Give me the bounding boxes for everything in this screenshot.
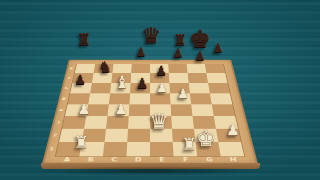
black-pawn-h7[interactable]: ♟: [213, 42, 224, 54]
white-king-g1[interactable]: ♚: [196, 128, 216, 150]
square-h8[interactable]: [205, 64, 225, 73]
white-queen-e2[interactable]: ♛: [149, 111, 169, 133]
square-b3[interactable]: [84, 116, 107, 129]
square-b6[interactable]: [90, 83, 111, 93]
square-h5[interactable]: [210, 93, 232, 104]
black-pawn-d7[interactable]: ♟: [136, 46, 147, 58]
black-king-g8[interactable]: ♚: [189, 27, 211, 51]
square-d3[interactable]: [128, 116, 150, 129]
square-b5[interactable]: [88, 93, 110, 104]
square-e1[interactable]: [150, 142, 174, 156]
square-c2[interactable]: [105, 129, 129, 142]
square-h6[interactable]: [208, 83, 230, 93]
black-queen-d8[interactable]: ♛: [141, 25, 161, 47]
white-rook-f1[interactable]: ♜: [181, 136, 196, 153]
square-d4[interactable]: [129, 104, 150, 116]
black-pawn-f7[interactable]: ♟: [173, 47, 184, 59]
white-bishop-c4[interactable]: ♝: [114, 74, 129, 91]
white-rook-a1[interactable]: ♜: [73, 134, 88, 151]
square-d1[interactable]: [126, 142, 150, 156]
square-g8[interactable]: [187, 64, 207, 73]
square-h4[interactable]: [212, 104, 235, 116]
square-g7[interactable]: [188, 73, 208, 83]
black-pawn-g6[interactable]: ♟: [195, 50, 206, 62]
square-c1[interactable]: [103, 142, 127, 156]
board-shadow: [36, 166, 266, 176]
square-f7[interactable]: [169, 73, 189, 83]
white-pawn-f4[interactable]: ♟: [177, 87, 189, 100]
square-h1[interactable]: [218, 142, 244, 156]
black-knight-c6[interactable]: ♞: [98, 60, 111, 75]
square-d2[interactable]: [127, 129, 150, 142]
white-pawn-h2[interactable]: ♟: [226, 123, 239, 138]
white-pawn-e5[interactable]: ♟: [156, 81, 168, 94]
square-f4[interactable]: [171, 104, 193, 116]
square-a3[interactable]: [62, 116, 86, 129]
white-pawn-a3[interactable]: ♟: [78, 102, 91, 116]
black-rook-a8[interactable]: ♜: [77, 32, 91, 48]
square-e5[interactable]: [150, 93, 171, 104]
square-f3[interactable]: [171, 116, 194, 129]
square-g6[interactable]: [189, 83, 210, 93]
black-pawn-a5[interactable]: ♟: [74, 73, 86, 86]
black-pawn-d5[interactable]: ♟: [136, 76, 149, 90]
square-g5[interactable]: [190, 93, 212, 104]
white-pawn-c3[interactable]: ♟: [115, 102, 128, 116]
square-g4[interactable]: [191, 104, 214, 116]
square-d5[interactable]: [129, 93, 150, 104]
square-c3[interactable]: [106, 116, 129, 129]
square-f8[interactable]: [168, 64, 187, 73]
square-d8[interactable]: [131, 64, 150, 73]
chess-app-window: ABCDEFGH 87654321 ♜♛♜♚♟♟♟♞♟♟♟♟♝♟♟♟♟♛♟♜♜♚: [0, 0, 320, 180]
black-pawn-e6[interactable]: ♟: [155, 64, 167, 77]
square-h7[interactable]: [206, 73, 227, 83]
